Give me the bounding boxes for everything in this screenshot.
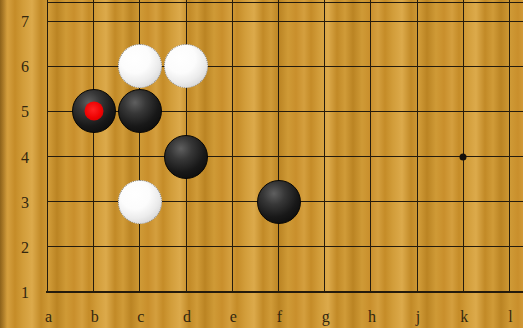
stone-white-d6[interactable]: [164, 44, 208, 88]
grid-vline-a: [47, 0, 48, 293]
go-board[interactable]: 7654321abcdefghjkl: [0, 0, 523, 328]
grid-vline-g: [324, 0, 325, 293]
grid-vline-e: [232, 0, 233, 293]
row-label-5: 5: [21, 104, 29, 120]
col-label-b: b: [91, 309, 99, 325]
grid-hline-top-cut: [47, 2, 523, 3]
col-label-g: g: [322, 309, 330, 325]
grid-hline-7: [47, 21, 523, 22]
stone-black-f3[interactable]: [257, 180, 301, 224]
star-point-k4: [460, 153, 467, 160]
row-label-7: 7: [21, 14, 29, 30]
stone-black-c5[interactable]: [118, 89, 162, 133]
stone-black-d4[interactable]: [164, 135, 208, 179]
grid-hline-1: [46, 291, 523, 293]
col-label-d: d: [183, 309, 191, 325]
grid-vline-j: [417, 0, 418, 293]
grid-vline-l: [509, 0, 510, 293]
stone-white-c6[interactable]: [118, 44, 162, 88]
col-label-e: e: [230, 309, 237, 325]
row-label-6: 6: [21, 59, 29, 75]
col-label-j: j: [416, 309, 420, 325]
col-label-a: a: [45, 309, 52, 325]
col-label-f: f: [277, 309, 282, 325]
row-label-4: 4: [21, 150, 29, 166]
grid-vline-f: [278, 0, 279, 293]
col-label-k: k: [460, 309, 468, 325]
stone-black-b5[interactable]: [72, 89, 116, 133]
row-label-3: 3: [21, 195, 29, 211]
stone-white-c3[interactable]: [118, 180, 162, 224]
grid-vline-b: [93, 0, 94, 293]
row-label-1: 1: [21, 285, 29, 301]
grid-hline-2: [47, 246, 523, 247]
grid-vline-k: [463, 0, 464, 293]
col-label-l: l: [508, 309, 512, 325]
row-label-2: 2: [21, 240, 29, 256]
col-label-h: h: [368, 309, 376, 325]
col-label-c: c: [137, 309, 144, 325]
grid-hline-4: [47, 156, 523, 157]
last-move-marker: [84, 102, 103, 121]
grid-vline-h: [370, 0, 371, 293]
